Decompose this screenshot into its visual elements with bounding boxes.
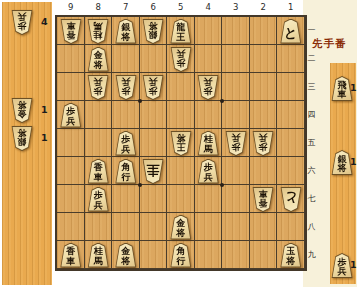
file-label-4: 4 (195, 2, 223, 13)
board-square-8一[interactable]: 桂馬 (85, 17, 113, 45)
board-square-1八[interactable] (277, 213, 305, 241)
board-square-6三[interactable]: 歩兵 (140, 73, 168, 101)
board-square-2八[interactable] (250, 213, 278, 241)
file-label-2: 2 (250, 2, 278, 13)
sente-knight[interactable]: 桂馬 (197, 131, 219, 156)
file-label-6: 6 (140, 2, 168, 13)
gote-pawn[interactable]: 歩兵 (170, 47, 192, 72)
board-square-9四[interactable]: 歩兵 (57, 101, 85, 129)
file-labels: 987654321 (57, 2, 305, 13)
gote-pawn[interactable]: 歩兵 (115, 75, 137, 100)
board-square-9三[interactable] (57, 73, 85, 101)
board-square-2一[interactable] (250, 17, 278, 45)
gote-captured-tray: 歩兵4金将1銀将1 (2, 2, 52, 285)
board-square-8七[interactable]: 歩兵 (85, 185, 113, 213)
hand-count: 1 (350, 83, 357, 93)
gote-hand-silver[interactable]: 銀将 (11, 126, 33, 151)
piece-kanji: 歩兵 (170, 47, 192, 72)
board-square-8六[interactable]: 香車 (85, 157, 113, 185)
hand-count: 1 (350, 260, 357, 270)
star-point (220, 183, 224, 187)
board-square-3九[interactable] (222, 241, 250, 269)
board-square-5八[interactable]: 金将 (167, 213, 195, 241)
board-square-7四[interactable] (112, 101, 140, 129)
board-square-5五[interactable]: 王将 (167, 129, 195, 157)
sente-silver[interactable]: 銀将 (115, 19, 137, 44)
board-square-3二[interactable] (222, 45, 250, 73)
hand-count: 4 (41, 17, 48, 27)
board-square-9五[interactable] (57, 129, 85, 157)
piece-kanji: 歩兵 (60, 103, 82, 128)
board-square-1三[interactable] (277, 73, 305, 101)
board-square-1四[interactable] (277, 101, 305, 129)
board-square-4二[interactable] (195, 45, 223, 73)
piece-kanji: 銀将 (142, 19, 164, 44)
gote-pawn[interactable]: 歩兵 (225, 131, 247, 156)
board-square-9八[interactable] (57, 213, 85, 241)
board-square-8三[interactable]: 歩兵 (85, 73, 113, 101)
file-label-9: 9 (57, 2, 85, 13)
piece-kanji: 歩兵 (11, 10, 33, 35)
board-square-2九[interactable] (250, 241, 278, 269)
sente-captured-tray: 飛車1銀将1歩兵1 (330, 63, 356, 284)
board-square-4七[interactable] (195, 185, 223, 213)
gote-pawn[interactable]: 歩兵 (142, 75, 164, 100)
board-square-4五[interactable]: 桂馬 (195, 129, 223, 157)
sente-pawn[interactable]: 歩兵 (60, 103, 82, 128)
board-square-7六[interactable]: 角行 (112, 157, 140, 185)
piece-kanji: 金将 (11, 98, 33, 123)
gote-knight[interactable]: 桂馬 (87, 19, 109, 44)
board-square-8四[interactable] (85, 101, 113, 129)
piece-kanji: 桂馬 (87, 19, 109, 44)
piece-kanji: 圭 (142, 159, 164, 184)
piece-kanji: 香車 (60, 19, 82, 44)
hand-count: 1 (41, 133, 48, 143)
piece-kanji: 歩兵 (252, 131, 274, 156)
board-square-6六[interactable]: 圭 (140, 157, 168, 185)
board-square-3八[interactable] (222, 213, 250, 241)
sente-pawn[interactable]: 歩兵 (87, 187, 109, 212)
piece-kanji: 金将 (170, 215, 192, 240)
piece-kanji: 角行 (170, 243, 192, 268)
gote-promoted-knight[interactable]: 圭 (142, 159, 164, 184)
board-square-4三[interactable]: 歩兵 (195, 73, 223, 101)
board-square-5三[interactable] (167, 73, 195, 101)
gote-silver[interactable]: 銀将 (142, 19, 164, 44)
board-square-3五[interactable]: 歩兵 (222, 129, 250, 157)
file-label-1: 1 (277, 2, 305, 13)
board-square-3三[interactable] (222, 73, 250, 101)
gote-lance[interactable]: 香車 (60, 19, 82, 44)
sente-dragon[interactable]: 龍王 (170, 19, 192, 44)
board-square-5九[interactable]: 角行 (167, 241, 195, 269)
board-square-9二[interactable] (57, 45, 85, 73)
board-square-1九[interactable]: 玉将 (277, 241, 305, 269)
board-square-6八[interactable] (140, 213, 168, 241)
board-square-9六[interactable] (57, 157, 85, 185)
star-point (220, 99, 224, 103)
board-square-4四[interactable] (195, 101, 223, 129)
board-square-1一[interactable]: と (277, 17, 305, 45)
turn-indicator: 先手番 (312, 37, 358, 51)
sente-knight[interactable]: 桂馬 (87, 243, 109, 268)
board-square-6四[interactable] (140, 101, 168, 129)
board-square-4一[interactable] (195, 17, 223, 45)
sente-gold[interactable]: 金将 (115, 243, 137, 268)
board-square-4六[interactable]: 歩兵 (195, 157, 223, 185)
board-square-3一[interactable] (222, 17, 250, 45)
piece-kanji: 香車 (252, 187, 274, 212)
sente-gold[interactable]: 金将 (87, 47, 109, 72)
board-square-5二[interactable]: 歩兵 (167, 45, 195, 73)
board-square-2三[interactable] (250, 73, 278, 101)
sente-gold[interactable]: 金将 (170, 215, 192, 240)
sente-lance[interactable]: 香車 (60, 243, 82, 268)
file-label-5: 5 (167, 2, 195, 13)
piece-kanji: 銀将 (11, 126, 33, 151)
sente-pawn[interactable]: 歩兵 (115, 131, 137, 156)
piece-kanji: 王将 (170, 131, 192, 156)
board-square-1二[interactable] (277, 45, 305, 73)
gote-lance[interactable]: 香車 (252, 187, 274, 212)
gote-pawn[interactable]: 歩兵 (252, 131, 274, 156)
piece-kanji: 桂馬 (197, 131, 219, 156)
sente-bishop[interactable]: 角行 (170, 243, 192, 268)
board-square-9七[interactable] (57, 185, 85, 213)
piece-kanji: 角行 (115, 159, 137, 184)
gote-hand-gold[interactable]: 金将 (11, 98, 33, 123)
board-square-9一[interactable]: 香車 (57, 17, 85, 45)
gote-king[interactable]: 王将 (170, 131, 192, 156)
hand-count: 1 (41, 105, 48, 115)
board-square-1五[interactable] (277, 129, 305, 157)
board-square-2二[interactable] (250, 45, 278, 73)
board-square-8九[interactable]: 桂馬 (85, 241, 113, 269)
hand-count: 1 (350, 157, 357, 167)
sente-tokin[interactable]: と (280, 19, 302, 44)
board-square-8八[interactable] (85, 213, 113, 241)
board-square-3四[interactable] (222, 101, 250, 129)
gote-pawn[interactable]: 歩兵 (197, 75, 219, 100)
board-square-2六[interactable] (250, 157, 278, 185)
piece-kanji: 歩兵 (197, 75, 219, 100)
piece-kanji: 香車 (87, 159, 109, 184)
sente-pawn[interactable]: 歩兵 (197, 159, 219, 184)
board-square-9九[interactable]: 香車 (57, 241, 85, 269)
piece-kanji: 金将 (115, 243, 137, 268)
board-square-7三[interactable]: 歩兵 (112, 73, 140, 101)
piece-kanji: 歩兵 (142, 75, 164, 100)
board-square-3七[interactable] (222, 185, 250, 213)
board-square-1六[interactable] (277, 157, 305, 185)
board-square-6二[interactable] (140, 45, 168, 73)
board-square-4八[interactable] (195, 213, 223, 241)
piece-kanji: 銀将 (115, 19, 137, 44)
board-square-7八[interactable] (112, 213, 140, 241)
sente-lance[interactable]: 香車 (87, 159, 109, 184)
sente-king[interactable]: 玉将 (280, 243, 302, 268)
board-square-2七[interactable]: 香車 (250, 185, 278, 213)
gote-pawn[interactable]: 歩兵 (87, 75, 109, 100)
board-square-7五[interactable]: 歩兵 (112, 129, 140, 157)
board-square-6九[interactable] (140, 241, 168, 269)
piece-kanji: 龍王 (170, 19, 192, 44)
file-label-7: 7 (112, 2, 140, 13)
board-square-6五[interactable] (140, 129, 168, 157)
board-square-3六[interactable] (222, 157, 250, 185)
board-square-1七[interactable]: と (277, 185, 305, 213)
piece-kanji: 桂馬 (87, 243, 109, 268)
gote-tokin[interactable]: と (280, 187, 302, 212)
board-square-6七[interactable] (140, 185, 168, 213)
piece-kanji: と (280, 19, 302, 44)
board-square-5四[interactable] (167, 101, 195, 129)
board-square-6一[interactable]: 銀将 (140, 17, 168, 45)
piece-kanji: 歩兵 (115, 131, 137, 156)
board-square-4九[interactable] (195, 241, 223, 269)
board-square-7一[interactable]: 銀将 (112, 17, 140, 45)
board-square-7九[interactable]: 金将 (112, 241, 140, 269)
file-label-8: 8 (85, 2, 113, 13)
piece-kanji: 歩兵 (87, 75, 109, 100)
piece-kanji: 金将 (87, 47, 109, 72)
file-label-3: 3 (222, 2, 250, 13)
piece-kanji: 歩兵 (87, 187, 109, 212)
piece-kanji: 歩兵 (225, 131, 247, 156)
board-square-5七[interactable] (167, 185, 195, 213)
board-square-2五[interactable]: 歩兵 (250, 129, 278, 157)
board-square-5六[interactable] (167, 157, 195, 185)
board-square-7二[interactable] (112, 45, 140, 73)
piece-kanji: 歩兵 (197, 159, 219, 184)
board-square-7七[interactable] (112, 185, 140, 213)
board-square-5一[interactable]: 龍王 (167, 17, 195, 45)
piece-kanji: 香車 (60, 243, 82, 268)
shogi-board[interactable]: 香車桂馬銀将銀将龍王と金将歩兵歩兵歩兵歩兵歩兵歩兵歩兵王将桂馬歩兵歩兵香車角行圭… (55, 15, 307, 271)
piece-kanji: 歩兵 (115, 75, 137, 100)
board-square-2四[interactable] (250, 101, 278, 129)
board-square-8五[interactable] (85, 129, 113, 157)
piece-kanji: と (280, 187, 302, 212)
gote-hand-pawn[interactable]: 歩兵 (11, 10, 33, 35)
star-point (138, 183, 142, 187)
piece-kanji: 玉将 (280, 243, 302, 268)
star-point (138, 99, 142, 103)
board-square-8二[interactable]: 金将 (85, 45, 113, 73)
sente-bishop[interactable]: 角行 (115, 159, 137, 184)
